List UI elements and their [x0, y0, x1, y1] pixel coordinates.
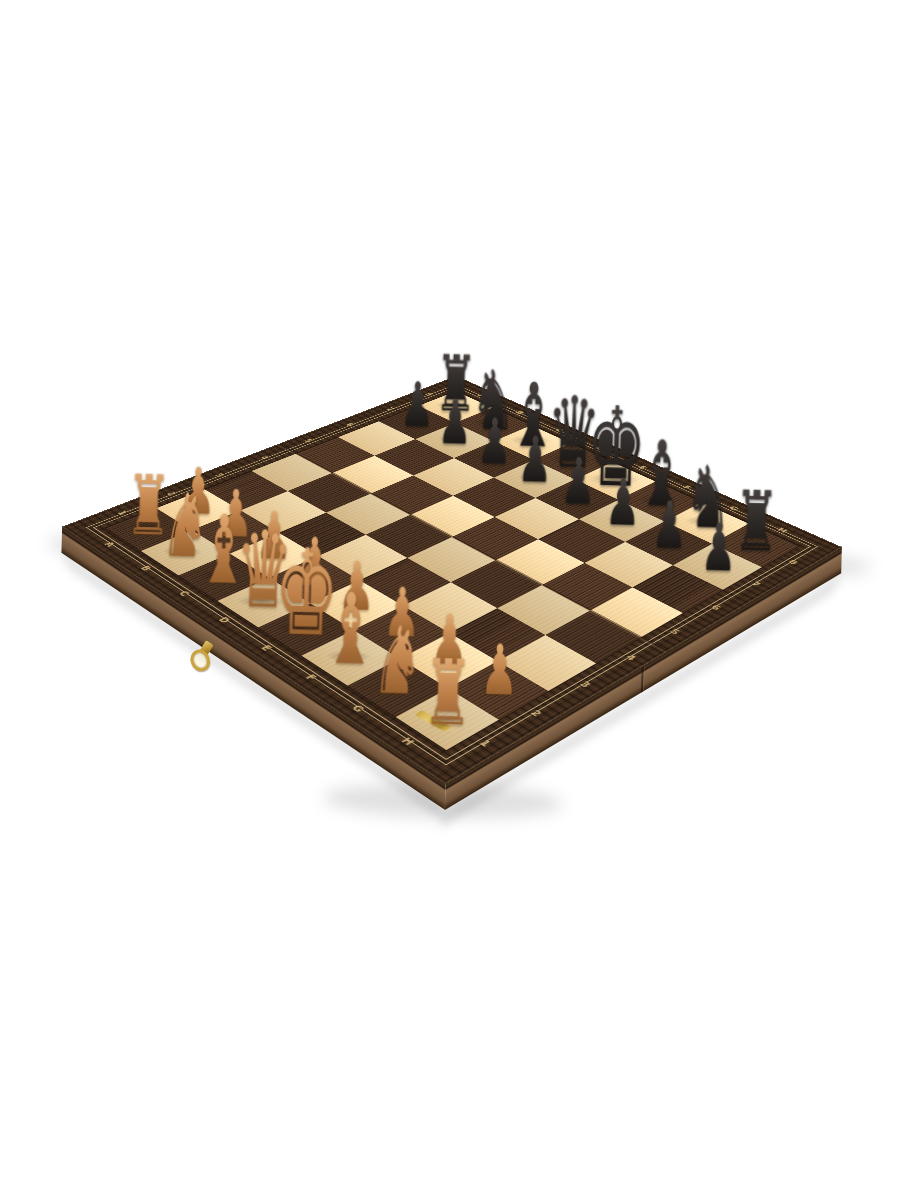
piece-black-pawn-c7[interactable]: ♟ — [476, 410, 512, 473]
rank-label-2-right: 2 — [529, 709, 544, 718]
file-label-f-near: F — [304, 673, 319, 681]
photo-background: AABBCCDDEEFFGGHH1122334455667788 ♜♞♝♛♚♝♞… — [0, 0, 900, 1200]
piece-black-pawn-b7[interactable]: ♟ — [437, 392, 472, 455]
file-label-d-near: D — [217, 616, 232, 624]
piece-black-pawn-h7[interactable]: ♟ — [700, 515, 737, 581]
piece-black-pawn-a7[interactable]: ♟ — [400, 374, 435, 436]
rank-label-6-left: 6 — [345, 422, 356, 427]
rank-label-8-right: 8 — [787, 559, 799, 566]
piece-white-pawn-h2[interactable]: ♟ — [479, 636, 519, 707]
file-label-c-near: C — [177, 590, 191, 597]
piece-white-knight-g1[interactable]: ♞ — [371, 613, 424, 708]
piece-black-pawn-d7[interactable]: ♟ — [517, 429, 553, 493]
rank-label-7-right: 7 — [749, 581, 762, 588]
piece-white-rook-h1[interactable]: ♜ — [422, 648, 474, 739]
brass-clasp — [189, 641, 216, 676]
piece-black-pawn-e7[interactable]: ♟ — [560, 449, 596, 513]
piece-black-pawn-g7[interactable]: ♟ — [651, 492, 688, 558]
fold-seam-side — [641, 665, 644, 693]
rank-label-6-right: 6 — [710, 604, 723, 611]
piece-white-bishop-f1[interactable]: ♝ — [323, 580, 379, 679]
rank-label-5-left: 5 — [303, 438, 315, 443]
piece-black-rook-h8[interactable]: ♜ — [733, 480, 780, 564]
file-label-b-near: B — [139, 565, 153, 572]
rank-label-5-right: 5 — [668, 628, 682, 636]
file-label-g-near: G — [350, 704, 366, 713]
rank-label-1-right: 1 — [478, 739, 493, 748]
board-scene: AABBCCDDEEFFGGHH1122334455667788 ♜♞♝♛♚♝♞… — [0, 0, 900, 1200]
rank-label-4-left: 4 — [259, 455, 271, 460]
file-label-h-near: H — [400, 736, 417, 746]
rank-label-7-left: 7 — [385, 407, 396, 412]
rank-label-4-right: 4 — [624, 653, 638, 661]
file-label-a-near: A — [103, 541, 117, 548]
pieces-layer: ♜♞♝♛♚♝♞♜♟♟♟♟♟♟♟♟♟♟♟♟♟♟♟♟♜♞♝♛♚♝♞♜ — [14, 0, 900, 12]
piece-black-pawn-f7[interactable]: ♟ — [605, 470, 642, 535]
rank-label-3-right: 3 — [578, 680, 592, 688]
